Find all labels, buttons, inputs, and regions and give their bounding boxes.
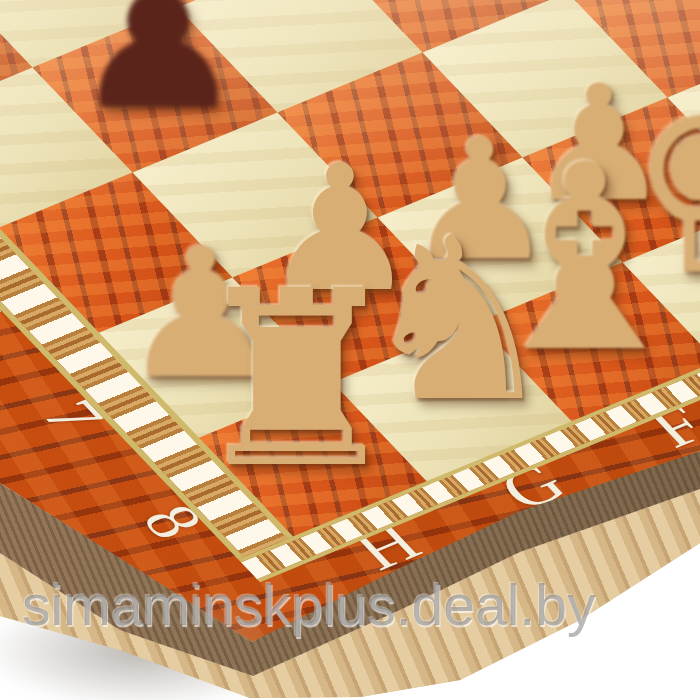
piece-black-pawn-g5[interactable]: ♟ [71,0,246,136]
piece-white-rook-h8[interactable]: ♜ [188,258,406,501]
watermark: simaminskplus.deal.by [22,572,595,638]
photo-stage: 87654321 HGFEDCBA ♚♝♞♜♟♟♟♟♟ simaminskplu… [0,0,700,700]
